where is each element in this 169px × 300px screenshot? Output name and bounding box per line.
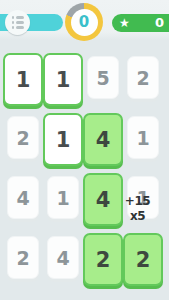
level-progress-ring: 0 (65, 3, 103, 41)
card-2[interactable]: 2 (83, 233, 123, 286)
level-progress-value: 0 (71, 9, 98, 36)
card-2[interactable]: 2 (7, 116, 39, 159)
card-1[interactable]: 1 (43, 53, 83, 106)
list-menu-icon (12, 16, 24, 19)
game-screen: 0 ★ 0 1152214141412422 +15 x5 (0, 0, 169, 300)
card-2[interactable]: 2 (127, 56, 159, 99)
card-4[interactable]: 4 (83, 173, 123, 226)
menu-button-circle[interactable] (5, 10, 30, 35)
list-menu-icon (12, 21, 24, 24)
card-4[interactable]: 4 (7, 176, 39, 219)
card-4[interactable]: 4 (47, 236, 79, 279)
card-2[interactable]: 2 (123, 233, 163, 286)
star-count: 0 (155, 14, 164, 32)
card-1[interactable]: 1 (43, 113, 83, 166)
card-2[interactable]: 2 (7, 236, 39, 279)
card-5[interactable]: 5 (87, 56, 119, 99)
card-1[interactable]: 1 (127, 116, 159, 159)
card-1[interactable]: 1 (47, 176, 79, 219)
star-icon: ★ (119, 14, 130, 32)
card-1[interactable]: 1 (127, 176, 159, 219)
card-4[interactable]: 4 (83, 113, 123, 166)
board: 1152214141412422 (5, 55, 161, 282)
star-counter[interactable]: ★ 0 (112, 14, 169, 32)
list-menu-icon (12, 26, 24, 29)
card-1[interactable]: 1 (3, 53, 43, 106)
